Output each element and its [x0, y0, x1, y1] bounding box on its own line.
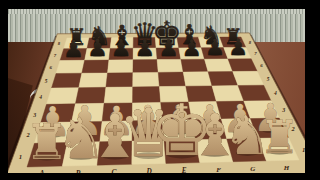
- rank-label-left-1: 1: [19, 153, 22, 160]
- piece-black-pawn-c7[interactable]: ♟: [111, 34, 132, 61]
- piece-black-pawn-d7[interactable]: ♟: [135, 34, 156, 61]
- piece-white-rook-h1[interactable]: ♜: [259, 111, 300, 164]
- square-a5[interactable]: [52, 73, 82, 88]
- square-e5[interactable]: [158, 72, 186, 87]
- letterbox-bottom: [0, 173, 320, 180]
- piece-black-pawn-a7[interactable]: ♟: [63, 35, 84, 63]
- square-c5[interactable]: [106, 73, 133, 88]
- square-f6[interactable]: [181, 59, 208, 72]
- letterbox-left: [0, 0, 8, 180]
- square-g6[interactable]: [205, 59, 233, 72]
- square-b5[interactable]: [79, 73, 108, 88]
- letterbox-top: [0, 0, 320, 9]
- square-c6[interactable]: [108, 60, 134, 73]
- piece-black-pawn-h7[interactable]: ♟: [228, 34, 248, 60]
- piece-black-pawn-g7[interactable]: ♟: [205, 34, 225, 60]
- rank-label-left-5: 5: [45, 78, 48, 84]
- piece-black-pawn-f7[interactable]: ♟: [182, 35, 202, 61]
- square-e6[interactable]: [157, 59, 183, 72]
- square-d5[interactable]: [133, 72, 160, 87]
- video-frame: ABCDEFGH1122334455667788♜♞♝♛♚♝♞♜♟♟♟♟♟♟♟♟…: [0, 0, 320, 180]
- piece-black-pawn-b7[interactable]: ♟: [87, 34, 108, 62]
- chess-board: ABCDEFGH1122334455667788♜♞♝♛♚♝♞♜♟♟♟♟♟♟♟♟…: [0, 0, 320, 180]
- rank-label-right-5: 5: [267, 76, 270, 82]
- square-f5[interactable]: [183, 72, 212, 86]
- square-d6[interactable]: [133, 60, 158, 73]
- piece-black-pawn-e7[interactable]: ♟: [158, 35, 179, 61]
- file-label-h: H: [283, 164, 290, 172]
- letterbox-right: [305, 0, 320, 180]
